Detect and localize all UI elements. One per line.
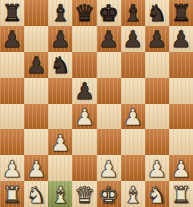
square-c5[interactable] [48,78,72,104]
square-g7[interactable]: ♟ [145,26,169,52]
piece-black-queen[interactable]: ♛ [74,2,95,25]
piece-black-knight[interactable]: ♞ [50,54,71,77]
square-e2[interactable]: ♟ [97,155,121,181]
square-g5[interactable] [145,78,169,104]
square-b3[interactable] [24,129,48,155]
square-f3[interactable] [121,129,145,155]
square-a2[interactable]: ♟ [0,155,24,181]
piece-white-pawn[interactable]: ♟ [147,158,168,181]
square-a1[interactable]: ♜ [0,181,24,207]
square-b4[interactable] [24,104,48,130]
square-h6[interactable] [169,52,193,78]
square-e3[interactable] [97,129,121,155]
piece-white-pawn[interactable]: ♟ [98,158,119,181]
piece-black-pawn[interactable]: ♟ [171,28,192,51]
square-h5[interactable] [169,78,193,104]
square-g1[interactable]: ♞ [145,181,169,207]
piece-white-rook[interactable]: ♜ [171,184,192,207]
square-b6[interactable]: ♟ [24,52,48,78]
square-e6[interactable] [97,52,121,78]
square-d7[interactable] [72,26,96,52]
square-f2[interactable] [121,155,145,181]
square-e4[interactable] [97,104,121,130]
square-b5[interactable] [24,78,48,104]
square-d2[interactable] [72,155,96,181]
square-g6[interactable] [145,52,169,78]
square-d8[interactable]: ♛ [72,0,96,26]
piece-white-pawn[interactable]: ♟ [2,158,23,181]
piece-black-rook[interactable]: ♜ [2,2,23,25]
square-g3[interactable] [145,129,169,155]
square-d3[interactable] [72,129,96,155]
square-a5[interactable] [0,78,24,104]
piece-white-bishop[interactable]: ♝ [122,184,143,207]
piece-black-pawn[interactable]: ♟ [74,80,95,103]
piece-black-pawn[interactable]: ♟ [98,28,119,51]
square-c2[interactable] [48,155,72,181]
piece-black-pawn[interactable]: ♟ [122,28,143,51]
piece-white-knight[interactable]: ♞ [147,184,168,207]
piece-white-pawn[interactable]: ♟ [171,158,192,181]
chess-board: ♜♝♛♚♝♞♜♟♟♟♟♟♟♟♞♟♟♟♟♟♟♟♟♟♜♞♝♛♚♝♞♜ [0,0,193,207]
piece-black-bishop[interactable]: ♝ [50,2,71,25]
piece-white-pawn[interactable]: ♟ [122,106,143,129]
square-b7[interactable] [24,26,48,52]
piece-black-pawn[interactable]: ♟ [50,28,71,51]
piece-black-pawn[interactable]: ♟ [26,54,47,77]
square-d5[interactable]: ♟ [72,78,96,104]
piece-white-bishop[interactable]: ♝ [50,184,71,207]
square-e8[interactable]: ♚ [97,0,121,26]
piece-black-pawn[interactable]: ♟ [147,28,168,51]
square-f5[interactable] [121,78,145,104]
square-h3[interactable] [169,129,193,155]
square-a3[interactable] [0,129,24,155]
square-f1[interactable]: ♝ [121,181,145,207]
square-e1[interactable]: ♚ [97,181,121,207]
piece-white-pawn[interactable]: ♟ [74,106,95,129]
square-f4[interactable]: ♟ [121,104,145,130]
piece-black-rook[interactable]: ♜ [171,2,192,25]
square-c4[interactable] [48,104,72,130]
piece-white-king[interactable]: ♚ [98,184,119,207]
square-f7[interactable]: ♟ [121,26,145,52]
square-e5[interactable] [97,78,121,104]
square-c8[interactable]: ♝ [48,0,72,26]
square-c7[interactable]: ♟ [48,26,72,52]
square-b2[interactable]: ♟ [24,155,48,181]
square-a6[interactable] [0,52,24,78]
piece-white-queen[interactable]: ♛ [74,184,95,207]
piece-white-pawn[interactable]: ♟ [50,132,71,155]
square-e7[interactable]: ♟ [97,26,121,52]
square-c6[interactable]: ♞ [48,52,72,78]
square-a8[interactable]: ♜ [0,0,24,26]
square-c3[interactable]: ♟ [48,129,72,155]
square-a7[interactable]: ♟ [0,26,24,52]
piece-white-rook[interactable]: ♜ [2,184,23,207]
square-f8[interactable]: ♝ [121,0,145,26]
square-h4[interactable] [169,104,193,130]
square-g2[interactable]: ♟ [145,155,169,181]
square-h7[interactable]: ♟ [169,26,193,52]
piece-black-pawn[interactable]: ♟ [2,28,23,51]
square-h1[interactable]: ♜ [169,181,193,207]
piece-white-knight[interactable]: ♞ [26,184,47,207]
square-b1[interactable]: ♞ [24,181,48,207]
square-d6[interactable] [72,52,96,78]
piece-white-pawn[interactable]: ♟ [26,158,47,181]
square-h2[interactable]: ♟ [169,155,193,181]
piece-black-bishop[interactable]: ♝ [122,2,143,25]
square-c1[interactable]: ♝ [48,181,72,207]
square-d4[interactable]: ♟ [72,104,96,130]
square-g4[interactable] [145,104,169,130]
square-b8[interactable] [24,0,48,26]
piece-black-knight[interactable]: ♞ [147,2,168,25]
square-g8[interactable]: ♞ [145,0,169,26]
square-f6[interactable] [121,52,145,78]
piece-black-king[interactable]: ♚ [98,2,119,25]
square-a4[interactable] [0,104,24,130]
square-h8[interactable]: ♜ [169,0,193,26]
square-d1[interactable]: ♛ [72,181,96,207]
